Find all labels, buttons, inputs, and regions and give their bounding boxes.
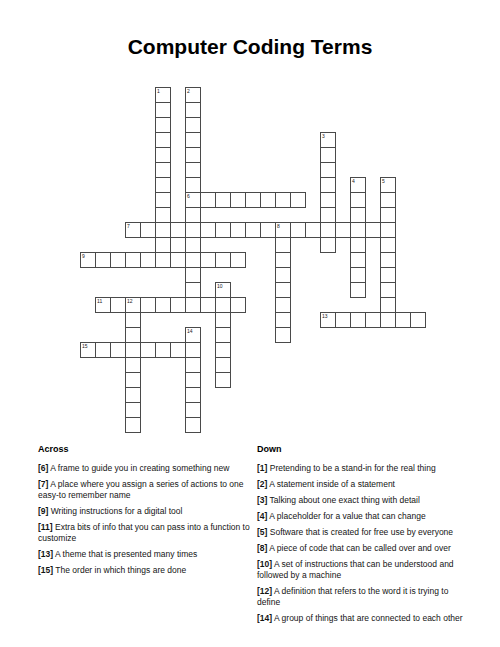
cell-r18c9[interactable] (215, 357, 231, 373)
cell-r4c7[interactable] (185, 147, 201, 163)
cell-r21c3[interactable] (125, 402, 141, 418)
clue-number-label: [11] (38, 522, 53, 532)
cell-r6c7[interactable] (185, 177, 201, 193)
clue-number-label: [4] (257, 511, 267, 521)
cell-r7c8[interactable] (200, 192, 216, 208)
cell-r15c17[interactable] (335, 312, 351, 328)
cell-r16c9[interactable] (215, 327, 231, 343)
cell-r13c13[interactable] (275, 282, 291, 298)
cell-r13c20[interactable] (380, 282, 396, 298)
cell-r14c7[interactable] (185, 297, 201, 313)
cell-number: 3 (322, 133, 325, 139)
across-header: Across (38, 444, 252, 454)
cell-r8c7[interactable] (185, 207, 201, 223)
cell-r8c18[interactable] (350, 207, 366, 223)
cell-r10c18[interactable] (350, 237, 366, 253)
clue-number-label: [5] (257, 527, 267, 537)
cell-r17c3[interactable] (125, 342, 141, 358)
crossword-grid: 123456789101112131415 (80, 87, 426, 433)
cell-r21c7[interactable] (185, 402, 201, 418)
cell-r1c7[interactable] (185, 102, 201, 118)
cell-r14c5[interactable] (155, 297, 171, 313)
cell-r12c20[interactable] (380, 267, 396, 283)
clue-across-9: [9] Writing instructions for a digital t… (38, 506, 252, 517)
cell-r11c13[interactable] (275, 252, 291, 268)
cell-r15c22[interactable] (410, 312, 426, 328)
cell-number: 2 (187, 88, 190, 94)
cell-r15c13[interactable] (275, 312, 291, 328)
cell-r11c18[interactable] (350, 252, 366, 268)
cell-number: 6 (187, 193, 190, 199)
cell-number: 4 (352, 178, 355, 184)
clue-number-label: [8] (257, 543, 267, 553)
cell-r8c20[interactable] (380, 207, 396, 223)
cell-r9c19[interactable] (365, 222, 381, 238)
cell-r18c3[interactable] (125, 357, 141, 373)
cell-r17c5[interactable] (155, 342, 171, 358)
cell-r17c2[interactable] (110, 342, 126, 358)
cell-r17c0[interactable]: 15 (80, 342, 96, 358)
cell-r16c7[interactable]: 14 (185, 327, 201, 343)
cell-r14c10[interactable] (230, 297, 246, 313)
cell-r0c7[interactable]: 2 (185, 87, 201, 103)
cell-r11c8[interactable] (200, 252, 216, 268)
cell-r17c6[interactable] (170, 342, 186, 358)
cell-r2c7[interactable] (185, 117, 201, 133)
cell-r5c5[interactable] (155, 162, 171, 178)
clue-down-12: [12] A definition that refers to the wor… (257, 586, 473, 608)
cell-r15c3[interactable] (125, 312, 141, 328)
puzzle-title: Computer Coding Terms (0, 35, 500, 59)
cell-r12c13[interactable] (275, 267, 291, 283)
cell-number: 12 (127, 298, 133, 304)
cell-r15c9[interactable] (215, 312, 231, 328)
cell-r7c7[interactable]: 6 (185, 192, 201, 208)
cell-number: 1 (157, 88, 160, 94)
cell-number: 11 (97, 298, 102, 304)
cell-r6c20[interactable]: 5 (380, 177, 396, 193)
cell-r17c4[interactable] (140, 342, 156, 358)
clue-number-label: [2] (257, 479, 267, 489)
clue-down-1: [1] Pretending to be a stand-in for the … (257, 463, 473, 474)
clue-down-10: [10] A set of instructions that can be u… (257, 559, 473, 581)
clue-number-label: [3] (257, 495, 267, 505)
cell-r9c10[interactable] (230, 222, 246, 238)
cell-r0c5[interactable]: 1 (155, 87, 171, 103)
cell-r7c10[interactable] (230, 192, 246, 208)
cell-r7c9[interactable] (215, 192, 231, 208)
cell-r9c8[interactable] (200, 222, 216, 238)
cell-r10c7[interactable] (185, 237, 201, 253)
cell-r14c20[interactable] (380, 297, 396, 313)
across-clues: Across [6] A frame to guide you in creat… (38, 444, 252, 581)
cell-r7c13[interactable] (275, 192, 291, 208)
clue-across-7: [7] A place where you assign a series of… (38, 479, 252, 501)
clue-number-label: [9] (38, 506, 48, 516)
cell-number: 5 (382, 178, 385, 184)
down-header: Down (257, 444, 473, 454)
cell-r22c7[interactable] (185, 417, 201, 433)
cell-r14c4[interactable] (140, 297, 156, 313)
cell-r10c16[interactable] (320, 237, 336, 253)
cell-r15c21[interactable] (395, 312, 411, 328)
cell-r14c3[interactable]: 12 (125, 297, 141, 313)
cell-r6c18[interactable]: 4 (350, 177, 366, 193)
cell-r9c17[interactable] (335, 222, 351, 238)
cell-r15c18[interactable] (350, 312, 366, 328)
cell-r19c7[interactable] (185, 372, 201, 388)
clue-number-label: [12] (257, 586, 272, 596)
cell-r16c13[interactable] (275, 327, 291, 343)
cell-r3c7[interactable] (185, 132, 201, 148)
cell-r10c20[interactable] (380, 237, 396, 253)
cell-r14c8[interactable] (200, 297, 216, 313)
clue-down-2: [2] A statement inside of a statement (257, 479, 473, 490)
cell-r7c11[interactable] (245, 192, 261, 208)
cell-r3c16[interactable]: 3 (320, 132, 336, 148)
cell-r10c5[interactable] (155, 237, 171, 253)
cell-r15c16[interactable]: 13 (320, 312, 336, 328)
cell-r15c19[interactable] (365, 312, 381, 328)
cell-r9c18[interactable] (350, 222, 366, 238)
clue-number-label: [6] (38, 463, 48, 473)
cell-r9c11[interactable] (245, 222, 261, 238)
cell-r11c4[interactable] (140, 252, 156, 268)
cell-r10c13[interactable] (275, 237, 291, 253)
cell-r20c3[interactable] (125, 387, 141, 403)
cell-r6c16[interactable] (320, 177, 336, 193)
cell-number: 14 (187, 328, 193, 334)
clue-down-14: [14] A group of things that are connecte… (257, 613, 473, 624)
cell-r19c9[interactable] (215, 372, 231, 388)
clue-across-11: [11] Extra bits of info that you can pas… (38, 522, 252, 544)
cell-r9c20[interactable] (380, 222, 396, 238)
clue-down-5: [5] Software that is created for free us… (257, 527, 473, 538)
cell-r11c5[interactable] (155, 252, 171, 268)
cell-r2c5[interactable] (155, 117, 171, 133)
cell-r7c14[interactable] (290, 192, 306, 208)
clue-number-label: [1] (257, 463, 267, 473)
cell-r20c7[interactable] (185, 387, 201, 403)
cell-r11c20[interactable] (380, 252, 396, 268)
cell-r5c7[interactable] (185, 162, 201, 178)
cell-r14c9[interactable] (215, 297, 231, 313)
cell-number: 15 (82, 343, 88, 349)
cell-r16c3[interactable] (125, 327, 141, 343)
cell-number: 7 (127, 223, 130, 229)
clue-number-label: [15] (38, 565, 53, 575)
clue-down-8: [8] A piece of code that can be called o… (257, 543, 473, 554)
clue-across-15: [15] The order in which things are done (38, 565, 252, 576)
cell-r9c4[interactable] (140, 222, 156, 238)
clue-number-label: [10] (257, 559, 272, 569)
down-clues: Down [1] Pretending to be a stand-in for… (257, 444, 473, 629)
cell-r7c20[interactable] (380, 192, 396, 208)
cell-r11c1[interactable] (95, 252, 111, 268)
cell-r15c20[interactable] (380, 312, 396, 328)
cell-r14c2[interactable] (110, 297, 126, 313)
cell-r9c14[interactable] (290, 222, 306, 238)
across-clue-list: [6] A frame to guide you in creating som… (38, 463, 252, 576)
cell-r8c5[interactable] (155, 207, 171, 223)
cell-r11c2[interactable] (110, 252, 126, 268)
cell-r9c9[interactable] (215, 222, 231, 238)
cell-r3c5[interactable] (155, 132, 171, 148)
cell-r11c0[interactable]: 9 (80, 252, 96, 268)
cell-r9c7[interactable] (185, 222, 201, 238)
cell-r9c5[interactable] (155, 222, 171, 238)
cell-r17c1[interactable] (95, 342, 111, 358)
cell-r9c13[interactable]: 8 (275, 222, 291, 238)
cell-r17c9[interactable] (215, 342, 231, 358)
cell-r12c18[interactable] (350, 267, 366, 283)
cell-r14c13[interactable] (275, 297, 291, 313)
cell-number: 13 (322, 313, 328, 319)
cell-r9c12[interactable] (260, 222, 276, 238)
cell-r11c6[interactable] (170, 252, 186, 268)
cell-r5c16[interactable] (320, 162, 336, 178)
cell-r13c18[interactable] (350, 282, 366, 298)
cell-r14c6[interactable] (170, 297, 186, 313)
clue-number-label: [14] (257, 613, 272, 623)
clue-down-4: [4] A placeholder for a value that can c… (257, 511, 473, 522)
cell-r7c12[interactable] (260, 192, 276, 208)
cell-r9c15[interactable] (305, 222, 321, 238)
cell-r11c10[interactable] (230, 252, 246, 268)
cell-r7c18[interactable] (350, 192, 366, 208)
cell-number: 8 (277, 223, 280, 229)
cell-r8c16[interactable] (320, 207, 336, 223)
cell-r11c3[interactable] (125, 252, 141, 268)
down-clue-list: [1] Pretending to be a stand-in for the … (257, 463, 473, 624)
cell-r17c7[interactable] (185, 342, 201, 358)
cell-r19c3[interactable] (125, 372, 141, 388)
cell-r14c1[interactable]: 11 (95, 297, 111, 313)
clue-number-label: [13] (38, 549, 53, 559)
cell-r22c3[interactable] (125, 417, 141, 433)
cell-r12c7[interactable] (185, 267, 201, 283)
cell-number: 9 (82, 253, 85, 259)
cell-r13c9[interactable]: 10 (215, 282, 231, 298)
cell-r4c5[interactable] (155, 147, 171, 163)
cell-r9c6[interactable] (170, 222, 186, 238)
cell-r11c9[interactable] (215, 252, 231, 268)
cell-r9c16[interactable] (320, 222, 336, 238)
cell-r7c5[interactable] (155, 192, 171, 208)
cell-r9c3[interactable]: 7 (125, 222, 141, 238)
cell-r7c16[interactable] (320, 192, 336, 208)
cell-r13c7[interactable] (185, 282, 201, 298)
cell-r18c7[interactable] (185, 357, 201, 373)
cell-r1c5[interactable] (155, 102, 171, 118)
clue-across-6: [6] A frame to guide you in creating som… (38, 463, 252, 474)
clue-across-13: [13] A theme that is presented many time… (38, 549, 252, 560)
clue-number-label: [7] (38, 479, 48, 489)
cell-number: 10 (217, 283, 223, 289)
clue-down-3: [3] Talking about one exact thing with d… (257, 495, 473, 506)
cell-r4c16[interactable] (320, 147, 336, 163)
cell-r11c7[interactable] (185, 252, 201, 268)
cell-r6c5[interactable] (155, 177, 171, 193)
